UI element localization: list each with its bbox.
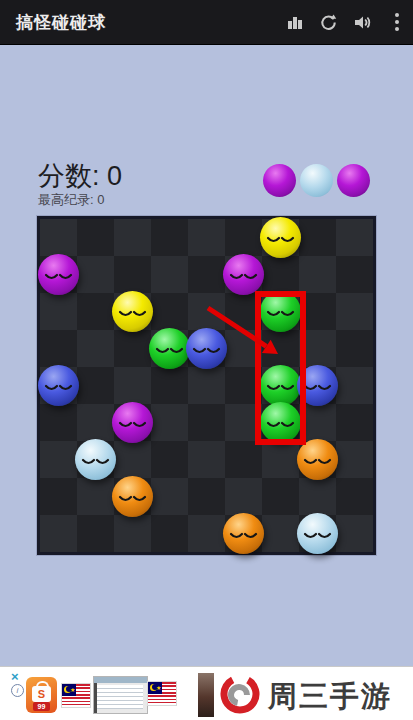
sound-icon[interactable] <box>352 12 373 33</box>
ball-blue-r4c0[interactable] <box>38 365 79 406</box>
ball-purple-r1c5[interactable] <box>223 254 264 295</box>
swirl-logo-icon[interactable] <box>218 672 262 716</box>
ball-orange-r7c2[interactable] <box>112 476 153 517</box>
shopping-bag-icon: S <box>32 686 51 702</box>
ball-purple-r5c2[interactable] <box>112 402 153 443</box>
app-bar-actions <box>284 0 407 44</box>
bar-chart-icon[interactable] <box>284 12 305 33</box>
ad-brand-text[interactable]: 周三手游网 <box>268 677 413 720</box>
ad-info-icon[interactable]: i <box>11 684 24 697</box>
next-balls-preview <box>263 164 370 197</box>
next-ball-3-purple <box>337 164 370 197</box>
best-score-line: 最高纪录: 0 <box>38 191 104 209</box>
score-label: 分数: <box>38 161 100 191</box>
ball-orange-r8c5[interactable] <box>223 513 264 554</box>
score-value: 0 <box>107 161 122 191</box>
ball-green-r3c3[interactable] <box>149 328 190 369</box>
app-title: 搞怪碰碰球 <box>16 11 106 34</box>
malaysia-flag-thumbnail-2[interactable]: ★ <box>148 682 176 705</box>
highlight-rectangle <box>255 291 306 445</box>
ad-app-icon[interactable]: S 99 <box>26 677 57 713</box>
overflow-menu-icon[interactable] <box>386 12 407 33</box>
game-board <box>37 216 376 555</box>
ball-lightblue-r6c1[interactable] <box>75 439 116 480</box>
app-bar: 搞怪碰碰球 <box>0 0 413 44</box>
ball-yellow-r0c6[interactable] <box>260 217 301 258</box>
ad-close-icon[interactable]: × <box>11 670 19 683</box>
ball-lightblue-r8c7[interactable] <box>297 513 338 554</box>
malaysia-flag-thumbnail-1[interactable]: ★ <box>62 684 90 707</box>
ball-purple-r1c0[interactable] <box>38 254 79 295</box>
spreadsheet-rows <box>97 685 143 709</box>
restart-icon[interactable] <box>318 12 339 33</box>
best-score-label: 最高纪录: <box>38 192 94 207</box>
next-ball-1-purple <box>263 164 296 197</box>
ball-yellow-r2c2[interactable] <box>112 291 153 332</box>
spreadsheet-titlebar <box>94 677 147 683</box>
score-line: 分数: 0 <box>38 158 122 194</box>
next-ball-2-lightblue <box>300 164 333 197</box>
spreadsheet-thumbnail[interactable] <box>93 676 148 714</box>
dark-photo-thumbnail[interactable] <box>198 673 214 717</box>
ball-layer <box>40 219 373 552</box>
best-score-value: 0 <box>97 192 104 207</box>
star-icon: ★ <box>156 685 161 691</box>
ball-orange-r6c7[interactable] <box>297 439 338 480</box>
ball-blue-r3c4[interactable] <box>186 328 227 369</box>
star-icon: ★ <box>70 687 75 693</box>
ad-app-icon-badge: 99 <box>33 702 50 711</box>
